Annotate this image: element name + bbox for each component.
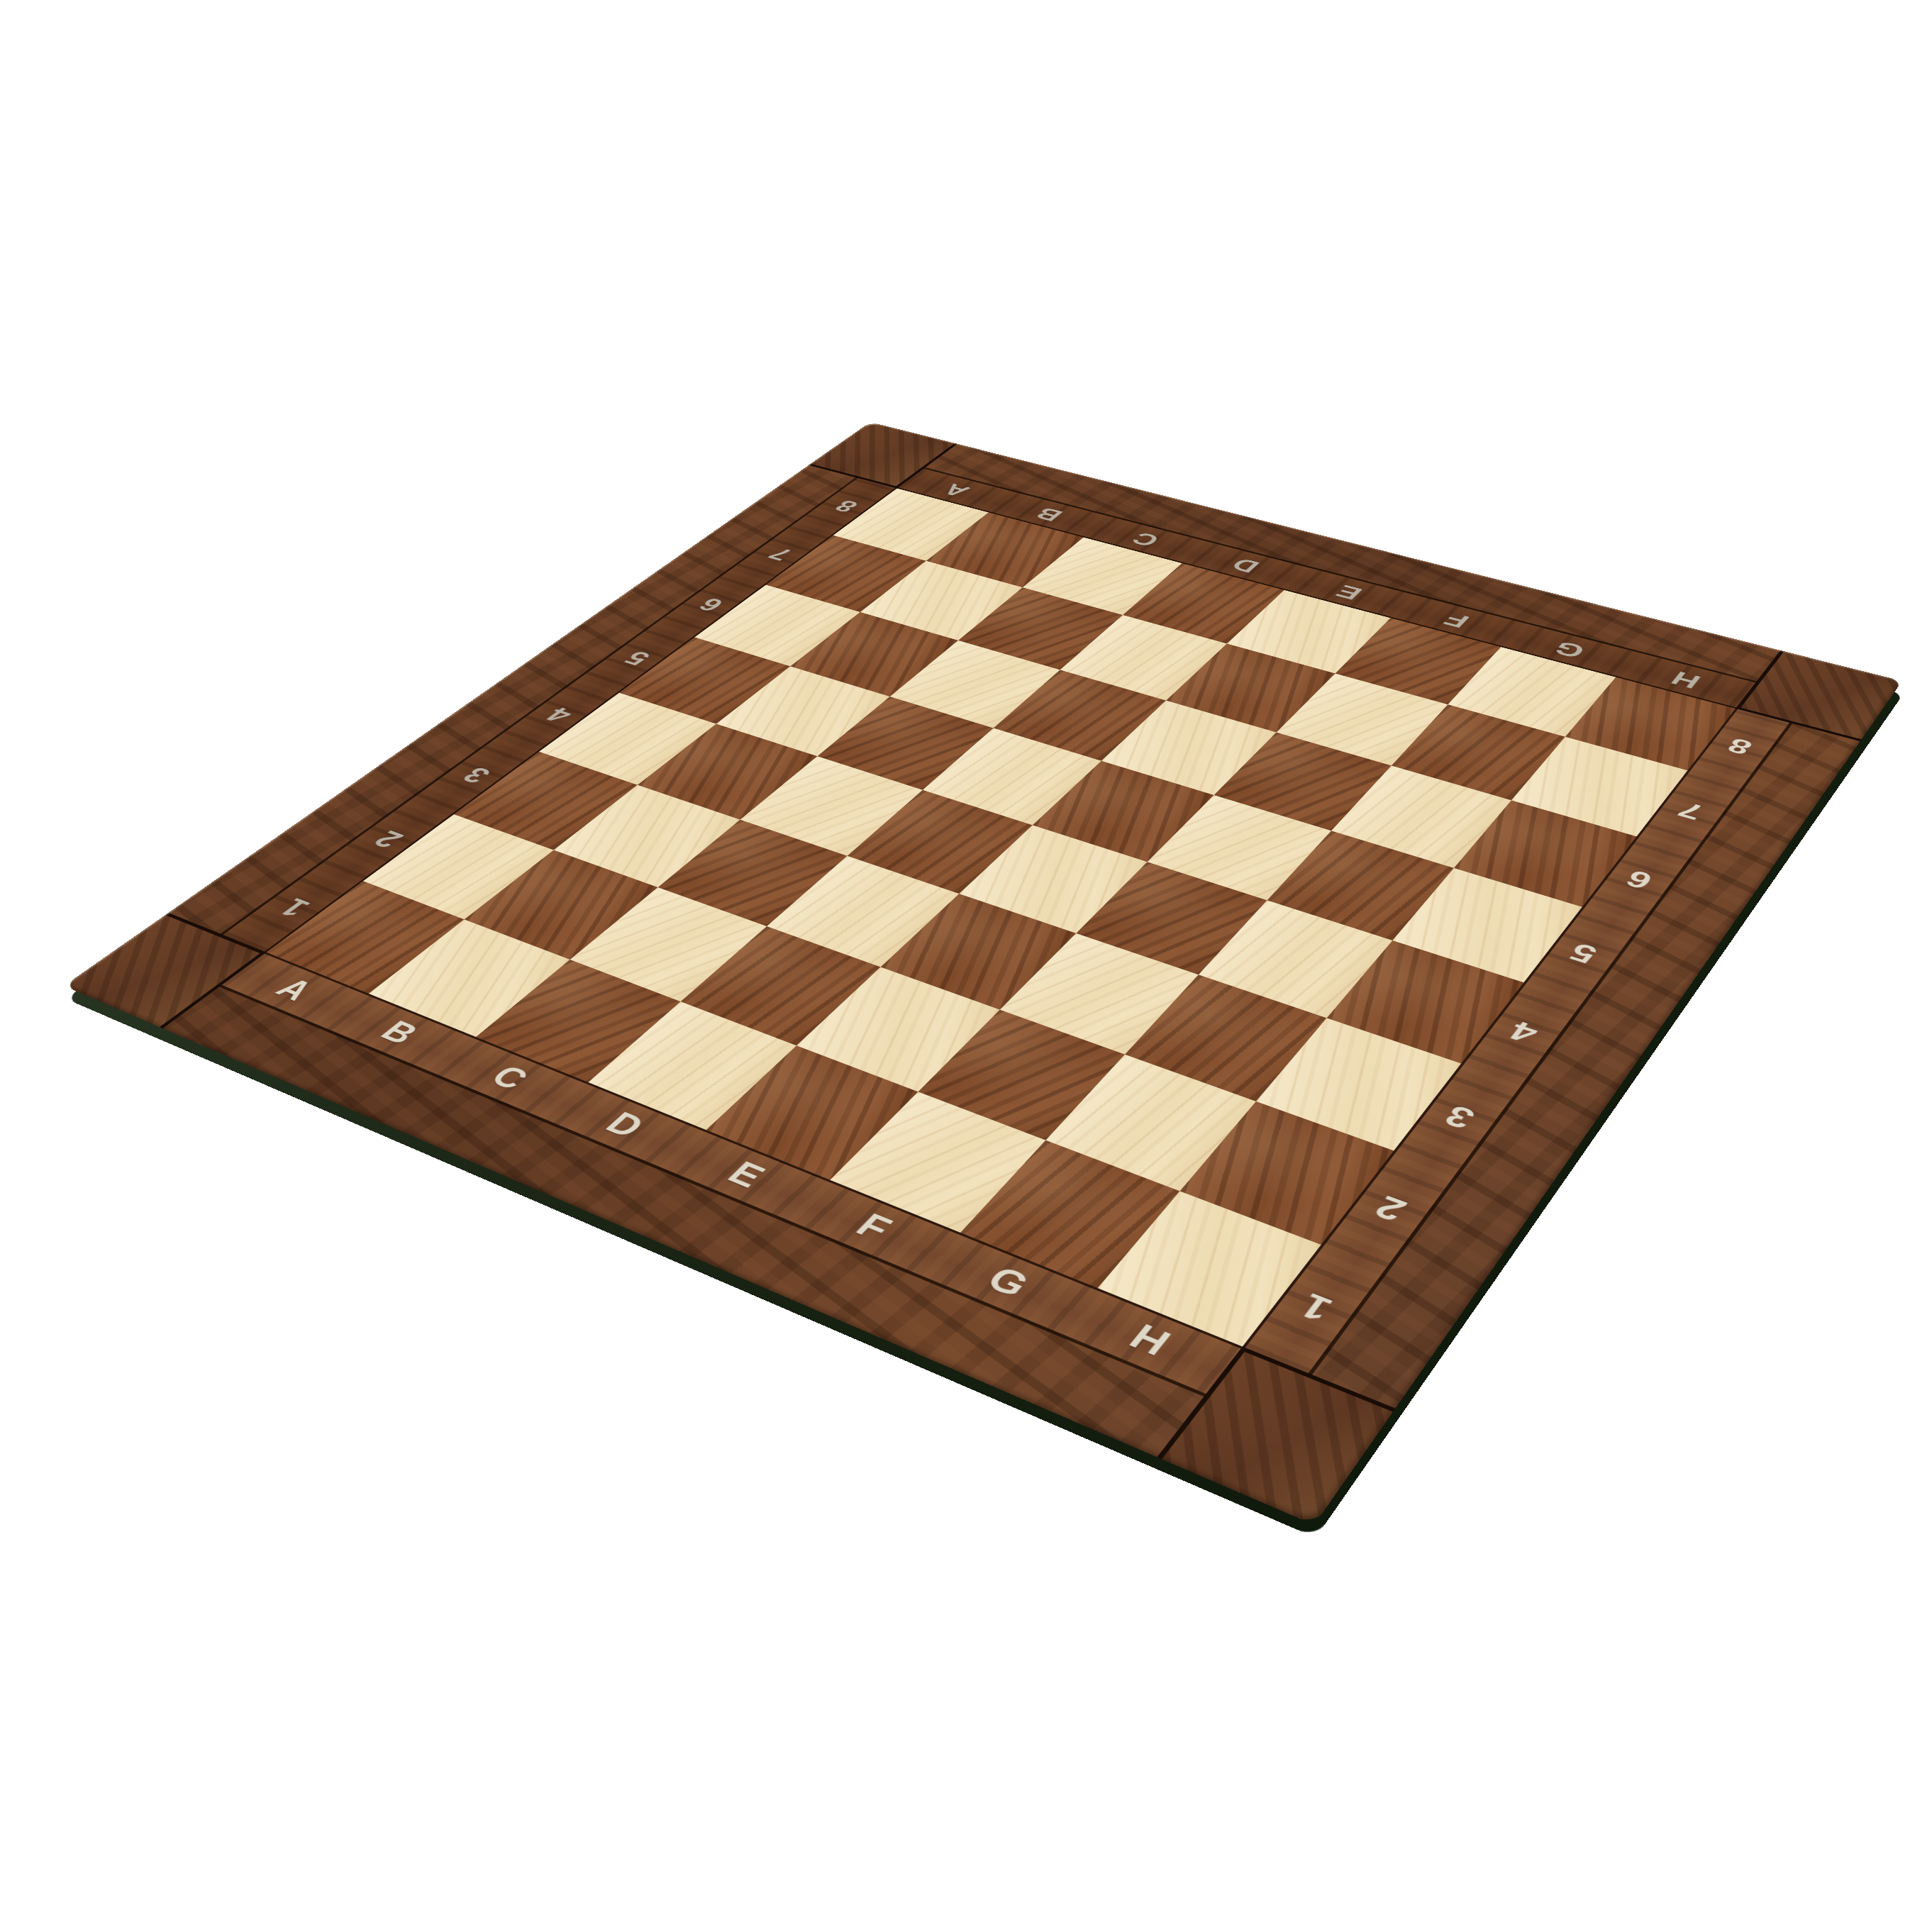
rank-label: 5	[1562, 937, 1604, 970]
file-label: G	[978, 1258, 1040, 1305]
rank-label: 3	[1436, 1098, 1482, 1136]
file-label: H	[1665, 667, 1706, 693]
file-label: G	[1547, 637, 1590, 662]
rank-label: 6	[1619, 865, 1658, 895]
file-label: E	[718, 1154, 775, 1195]
board-photo: ABCDEFGH ABCDEFGH 87654321 87654321	[0, 0, 1932, 1932]
rank-label: 1	[1289, 1285, 1340, 1330]
file-label: A	[267, 972, 323, 1007]
file-label: C	[482, 1059, 539, 1097]
file-label: F	[1438, 609, 1475, 632]
chessboard: ABCDEFGH ABCDEFGH 87654321 87654321	[64, 422, 1902, 1525]
file-label: C	[1125, 528, 1165, 550]
file-label: E	[1329, 581, 1368, 604]
rank-label: 7	[761, 544, 799, 565]
file-label: F	[847, 1206, 901, 1248]
file-label: D	[596, 1105, 655, 1145]
playing-field	[262, 487, 1738, 1350]
rank-label: 8	[828, 496, 865, 516]
file-label: A	[936, 480, 975, 501]
file-label: D	[1225, 554, 1265, 577]
rank-label: 7	[1671, 796, 1709, 825]
file-label: B	[1028, 504, 1069, 525]
rank-label: 4	[1501, 1015, 1545, 1050]
file-label: B	[372, 1014, 428, 1050]
rank-label: 2	[1365, 1188, 1414, 1229]
file-label: H	[1121, 1316, 1180, 1364]
rank-label: 8	[1721, 733, 1758, 760]
